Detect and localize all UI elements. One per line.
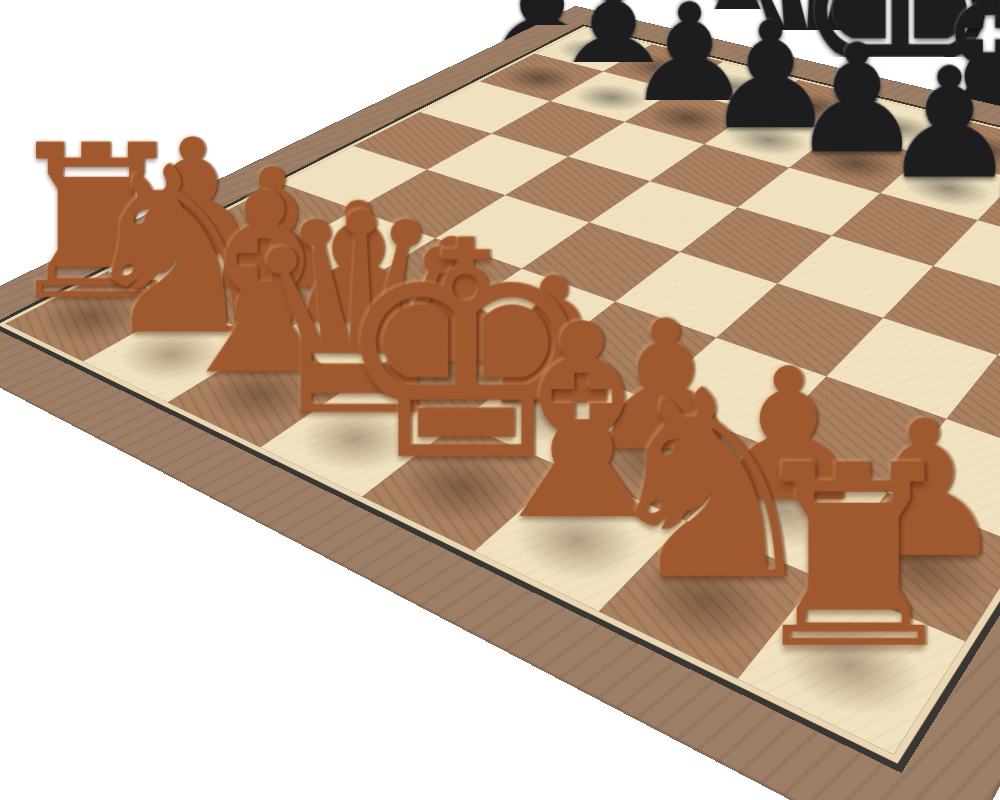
chess-set-photo: ♜♞♝♛♚♝♞♜♟♟♟♟♟♟♟♟♟♟♟♟♟♟♟♟♜♞♝♛♚♝♞♜ [0, 0, 1000, 800]
chess-board: ♜♞♝♛♚♝♞♜♟♟♟♟♟♟♟♟♟♟♟♟♟♟♟♟♜♞♝♛♚♝♞♜ [0, 6, 1000, 800]
perspective-scene: ♜♞♝♛♚♝♞♜♟♟♟♟♟♟♟♟♟♟♟♟♟♟♟♟♜♞♝♛♚♝♞♜ [0, 0, 1000, 800]
rook-glyph: ♜ [598, 433, 1000, 684]
pawn-glyph: ♟ [987, 98, 1000, 257]
pawn-glyph: ♟ [887, 72, 1000, 228]
board-playing-area: ♜♞♝♛♚♝♞♜♟♟♟♟♟♟♟♟♟♟♟♟♟♟♟♟♜♞♝♛♚♝♞♜ [5, 28, 1000, 754]
